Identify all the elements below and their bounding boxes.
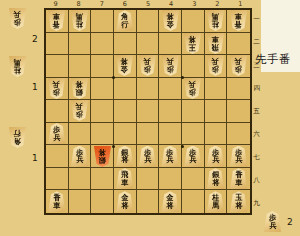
square-2d[interactable]	[205, 78, 228, 101]
hoshi-dot	[181, 76, 184, 79]
square-6i[interactable]: 金将	[114, 190, 137, 213]
square-2f[interactable]	[205, 123, 228, 146]
square-7f[interactable]	[91, 123, 114, 146]
square-1h[interactable]: 香車	[227, 168, 250, 191]
piece-kanji: 歩	[212, 66, 219, 73]
square-5b[interactable]	[137, 33, 160, 56]
piece-kanji: 兵	[189, 156, 196, 163]
piece-歩兵-3d[interactable]: 歩兵	[183, 78, 202, 99]
rank-label-4: 四	[252, 77, 261, 100]
gote-hand-knight-count: 1	[32, 82, 44, 92]
piece-歩兵-2g[interactable]: 歩兵	[206, 146, 225, 167]
piece-kanji: 馬	[14, 59, 21, 66]
piece-kanji: 馬	[212, 202, 219, 209]
piece-銀将-7g[interactable]: 銀将	[93, 146, 112, 167]
piece-kanji: 香	[235, 21, 242, 28]
rank-label-1: 一	[252, 8, 261, 31]
square-4c[interactable]: 歩兵	[159, 55, 182, 78]
square-4e[interactable]	[159, 100, 182, 123]
square-5a[interactable]	[137, 10, 160, 33]
square-9e[interactable]	[46, 100, 69, 123]
piece-kanji: 兵	[167, 156, 174, 163]
gote-hand-knight[interactable]: 桂馬	[8, 56, 27, 77]
piece-kanji: 将	[189, 36, 196, 43]
file-label-9: 9	[44, 0, 67, 8]
file-label-8: 8	[67, 0, 90, 8]
square-9g[interactable]	[46, 145, 69, 168]
piece-歩兵-3g[interactable]: 歩兵	[183, 146, 202, 167]
rank-label-5: 五	[252, 100, 261, 123]
piece-kanji: 車	[121, 179, 128, 186]
square-2b[interactable]: 飛車	[205, 33, 228, 56]
square-5g[interactable]: 歩兵	[137, 145, 160, 168]
piece-歩兵-8e[interactable]: 歩兵	[70, 100, 89, 121]
square-6e[interactable]	[114, 100, 137, 123]
square-9a[interactable]: 香車	[46, 10, 69, 33]
piece-kanji: 兵	[14, 11, 21, 18]
piece-kanji: 車	[53, 202, 60, 209]
square-5h[interactable]	[137, 168, 160, 191]
hoshi-dot	[112, 76, 115, 79]
piece-kanji: 歩	[76, 111, 83, 118]
gote-hand-pawn-count: 2	[32, 34, 44, 44]
square-6h[interactable]: 飛車	[114, 168, 137, 191]
piece-kanji: 歩	[167, 66, 174, 73]
piece-kanji: 銀	[76, 88, 83, 95]
piece-歩兵-5g[interactable]: 歩兵	[138, 146, 157, 167]
rank-label-8: 八	[252, 169, 261, 192]
piece-kanji: 車	[235, 13, 242, 20]
piece-銀将-2h[interactable]: 銀将	[206, 168, 225, 189]
file-label-5: 5	[136, 0, 159, 8]
piece-桂馬-2i[interactable]: 桂馬	[206, 191, 225, 212]
piece-金将-4i[interactable]: 金将	[161, 191, 180, 212]
square-7d[interactable]	[91, 78, 114, 101]
piece-kanji: 兵	[53, 134, 60, 141]
piece-香車-9i[interactable]: 香車	[47, 191, 66, 212]
piece-銀将-8d[interactable]: 銀将	[70, 78, 89, 99]
sente-hand-pawn[interactable]: 歩兵	[263, 211, 282, 232]
square-6c[interactable]: 金将	[114, 55, 137, 78]
square-7c[interactable]	[91, 55, 114, 78]
square-1f[interactable]	[227, 123, 250, 146]
square-2e[interactable]	[205, 100, 228, 123]
square-7e[interactable]	[91, 100, 114, 123]
file-label-2: 2	[206, 0, 229, 8]
square-2h[interactable]: 銀将	[205, 168, 228, 191]
square-1i[interactable]: 玉将	[227, 190, 250, 213]
square-3c[interactable]	[182, 55, 205, 78]
piece-歩兵[interactable]: 歩兵	[8, 8, 27, 29]
piece-金将-4a[interactable]: 金将	[161, 10, 180, 31]
piece-桂馬[interactable]: 桂馬	[8, 56, 27, 77]
file-label-3: 3	[183, 0, 206, 8]
rank-label-2: 二	[252, 31, 261, 54]
piece-銀将-6g[interactable]: 銀将	[115, 146, 134, 167]
piece-kanji: 将	[121, 202, 128, 209]
square-4a[interactable]: 金将	[159, 10, 182, 33]
piece-kanji: 兵	[212, 156, 219, 163]
piece-歩兵-9f[interactable]: 歩兵	[47, 123, 66, 144]
square-9d[interactable]: 歩兵	[46, 78, 69, 101]
piece-kanji: 歩	[235, 66, 242, 73]
piece-kanji: 歩	[53, 88, 60, 95]
piece-金将-6c[interactable]: 金将	[115, 55, 134, 76]
piece-香車-1h[interactable]: 香車	[229, 168, 248, 189]
square-2i[interactable]: 桂馬	[205, 190, 228, 213]
square-4f[interactable]	[159, 123, 182, 146]
piece-kanji: 将	[167, 13, 174, 20]
piece-kanji: 兵	[269, 222, 276, 229]
square-5d[interactable]	[137, 78, 160, 101]
piece-kanji: 車	[235, 179, 242, 186]
piece-kanji: 兵	[167, 58, 174, 65]
square-1d[interactable]	[227, 78, 250, 101]
piece-kanji: 将	[235, 202, 242, 209]
piece-kanji: 兵	[189, 81, 196, 88]
piece-kanji: 角	[14, 138, 21, 145]
hoshi-dot	[112, 145, 115, 148]
piece-kanji: 兵	[53, 81, 60, 88]
square-6b[interactable]	[114, 33, 137, 56]
square-7i[interactable]	[91, 190, 114, 213]
square-3e[interactable]	[182, 100, 205, 123]
shogi-app: 先手番 987654321 一二三四五六七八九 香車桂馬角行金将桂馬香車王将飛車…	[0, 0, 300, 236]
square-6a[interactable]: 角行	[114, 10, 137, 33]
piece-桂馬-2a[interactable]: 桂馬	[206, 10, 225, 31]
piece-王将-3b[interactable]: 王将	[183, 33, 202, 54]
square-6d[interactable]	[114, 78, 137, 101]
square-1e[interactable]	[227, 100, 250, 123]
square-8h[interactable]	[69, 168, 92, 191]
square-8d[interactable]: 銀将	[69, 78, 92, 101]
piece-桂馬-8a[interactable]: 桂馬	[70, 10, 89, 31]
piece-金将-6i[interactable]: 金将	[115, 191, 134, 212]
square-4h[interactable]	[159, 168, 182, 191]
square-4b[interactable]	[159, 33, 182, 56]
rank-label-7: 七	[252, 146, 261, 169]
square-7h[interactable]	[91, 168, 114, 191]
square-8a[interactable]: 桂馬	[69, 10, 92, 33]
piece-飛車-6h[interactable]: 飛車	[115, 168, 134, 189]
rank-label-6: 六	[252, 123, 261, 146]
square-6g[interactable]: 銀将	[114, 145, 137, 168]
shogi-board: 香車桂馬角行金将桂馬香車王将飛車金将歩兵歩兵歩兵歩兵歩兵銀将歩兵歩兵歩兵歩兵銀将…	[44, 8, 252, 215]
piece-歩兵-9d[interactable]: 歩兵	[47, 78, 66, 99]
piece-kanji: 車	[212, 36, 219, 43]
sente-hand-pawn-count: 2	[287, 217, 299, 227]
square-1a[interactable]: 香車	[227, 10, 250, 33]
piece-歩兵-2c[interactable]: 歩兵	[206, 55, 225, 76]
piece-kanji: 将	[121, 156, 128, 163]
square-3g[interactable]: 歩兵	[182, 145, 205, 168]
square-1g[interactable]: 歩兵	[227, 145, 250, 168]
piece-歩兵-4c[interactable]: 歩兵	[161, 55, 180, 76]
piece-kanji: 兵	[235, 156, 242, 163]
square-8g[interactable]: 歩兵	[69, 145, 92, 168]
square-3i[interactable]	[182, 190, 205, 213]
piece-香車-9a[interactable]: 香車	[47, 10, 66, 31]
piece-kanji: 車	[53, 13, 60, 20]
piece-歩兵-1c[interactable]: 歩兵	[229, 55, 248, 76]
piece-kanji: 将	[212, 179, 219, 186]
square-7b[interactable]	[91, 33, 114, 56]
square-3h[interactable]	[182, 168, 205, 191]
square-3b[interactable]: 王将	[182, 33, 205, 56]
piece-kanji: 行	[14, 130, 21, 137]
piece-歩兵[interactable]: 歩兵	[263, 211, 282, 232]
piece-kanji: 兵	[235, 58, 242, 65]
piece-kanji: 将	[76, 81, 83, 88]
square-8i[interactable]	[69, 190, 92, 213]
square-9i[interactable]: 香車	[46, 190, 69, 213]
piece-kanji: 馬	[212, 13, 219, 20]
square-3d[interactable]: 歩兵	[182, 78, 205, 101]
piece-香車-1a[interactable]: 香車	[229, 10, 248, 31]
square-8c[interactable]	[69, 55, 92, 78]
square-1c[interactable]: 歩兵	[227, 55, 250, 78]
piece-kanji: 歩	[144, 66, 151, 73]
hoshi-dot	[181, 145, 184, 148]
file-label-7: 7	[90, 0, 113, 8]
square-4g[interactable]: 歩兵	[159, 145, 182, 168]
square-5c[interactable]: 歩兵	[137, 55, 160, 78]
piece-歩兵-8g[interactable]: 歩兵	[70, 146, 89, 167]
piece-kanji: 兵	[212, 58, 219, 65]
square-3a[interactable]	[182, 10, 205, 33]
square-2c[interactable]: 歩兵	[205, 55, 228, 78]
square-9c[interactable]	[46, 55, 69, 78]
piece-歩兵-5c[interactable]: 歩兵	[138, 55, 157, 76]
piece-kanji: 兵	[144, 58, 151, 65]
square-9f[interactable]: 歩兵	[46, 123, 69, 146]
file-label-6: 6	[113, 0, 136, 8]
piece-歩兵-1g[interactable]: 歩兵	[229, 146, 248, 167]
piece-kanji: 香	[53, 21, 60, 28]
square-2g[interactable]: 歩兵	[205, 145, 228, 168]
square-9h[interactable]	[46, 168, 69, 191]
square-7g[interactable]: 銀将	[91, 145, 114, 168]
rank-label-9: 九	[252, 192, 261, 215]
piece-玉将-1i[interactable]: 玉将	[229, 191, 248, 212]
rank-labels: 一二三四五六七八九	[252, 8, 261, 215]
square-8b[interactable]	[69, 33, 92, 56]
square-5i[interactable]	[137, 190, 160, 213]
gote-hand-bishop[interactable]: 角行	[8, 127, 27, 148]
square-1b[interactable]	[227, 33, 250, 56]
square-2a[interactable]: 桂馬	[205, 10, 228, 33]
file-labels: 987654321	[44, 0, 252, 8]
file-label-4: 4	[160, 0, 183, 8]
gote-hand-pawn[interactable]: 歩兵	[8, 8, 27, 29]
square-4i[interactable]: 金将	[159, 190, 182, 213]
rank-label-3: 三	[252, 54, 261, 77]
piece-角行-6a[interactable]: 角行	[115, 10, 134, 31]
piece-角行[interactable]: 角行	[8, 127, 27, 148]
square-8f[interactable]	[69, 123, 92, 146]
gote-hand-bishop-count: 1	[32, 153, 44, 163]
piece-kanji: 歩	[14, 19, 21, 26]
square-7a[interactable]	[91, 10, 114, 33]
piece-kanji: 桂	[14, 67, 21, 74]
piece-kanji: 将	[99, 149, 106, 156]
file-label-1: 1	[229, 0, 252, 8]
square-5f[interactable]	[137, 123, 160, 146]
piece-kanji: 兵	[144, 156, 151, 163]
square-3f[interactable]	[182, 123, 205, 146]
piece-kanji: 兵	[76, 104, 83, 111]
square-8e[interactable]: 歩兵	[69, 100, 92, 123]
piece-kanji: 桂	[212, 21, 219, 28]
piece-kanji: 桂	[76, 21, 83, 28]
piece-kanji: 将	[167, 202, 174, 209]
square-5e[interactable]	[137, 100, 160, 123]
piece-kanji: 兵	[76, 156, 83, 163]
piece-kanji: 歩	[189, 88, 196, 95]
square-9b[interactable]	[46, 33, 69, 56]
piece-飛車-2b[interactable]: 飛車	[206, 33, 225, 54]
piece-kanji: 行	[121, 21, 128, 28]
piece-kanji: 金	[121, 66, 128, 73]
piece-kanji: 馬	[76, 13, 83, 20]
piece-歩兵-4g[interactable]: 歩兵	[161, 146, 180, 167]
piece-kanji: 金	[167, 21, 174, 28]
square-4d[interactable]	[159, 78, 182, 101]
square-6f[interactable]	[114, 123, 137, 146]
piece-kanji: 将	[121, 58, 128, 65]
